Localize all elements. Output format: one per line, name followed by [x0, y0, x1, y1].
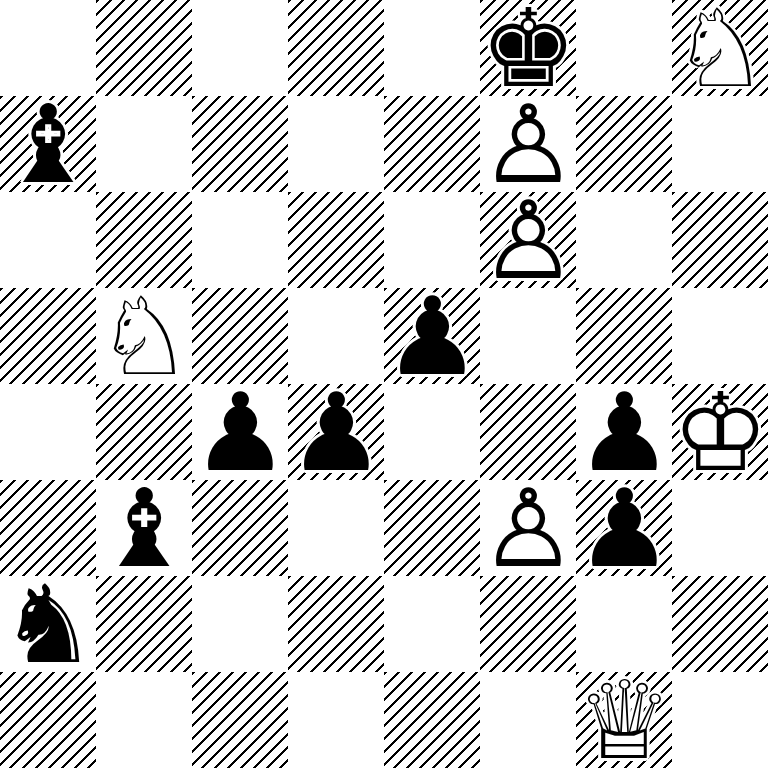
square-f5[interactable]: [480, 288, 576, 384]
piece-black-pawn-g4[interactable]: ♟♟: [576, 384, 672, 480]
square-c5[interactable]: [192, 288, 288, 384]
black-king-icon: ♚: [480, 1, 576, 96]
white-pawn-icon: ♙: [480, 193, 576, 288]
chess-board: ♚♚♞♘♝♝♟♙♟♙♞♘♟♟♟♟♟♟♟♟♚♔♝♝♟♙♟♟♞♞♛♕: [0, 0, 768, 768]
piece-black-bishop-a7[interactable]: ♝♝: [0, 96, 96, 192]
square-a8[interactable]: [0, 0, 96, 96]
square-g7[interactable]: [576, 96, 672, 192]
square-f1[interactable]: [480, 672, 576, 768]
square-d5[interactable]: [288, 288, 384, 384]
square-b2[interactable]: [96, 576, 192, 672]
square-a2[interactable]: ♞♞: [0, 576, 96, 672]
square-d4[interactable]: ♟♟: [288, 384, 384, 480]
square-h5[interactable]: [672, 288, 768, 384]
square-b7[interactable]: [96, 96, 192, 192]
square-c8[interactable]: [192, 0, 288, 96]
piece-black-king-f8[interactable]: ♚♚: [480, 0, 576, 96]
piece-white-knight-h8[interactable]: ♞♘: [672, 0, 768, 96]
square-h8[interactable]: ♞♘: [672, 0, 768, 96]
square-c3[interactable]: [192, 480, 288, 576]
square-d3[interactable]: [288, 480, 384, 576]
square-e2[interactable]: [384, 576, 480, 672]
white-king-icon: ♔: [672, 385, 768, 480]
square-d7[interactable]: [288, 96, 384, 192]
square-g2[interactable]: [576, 576, 672, 672]
square-h4[interactable]: ♚♔: [672, 384, 768, 480]
black-knight-icon: ♞: [0, 577, 96, 672]
square-b8[interactable]: [96, 0, 192, 96]
square-c6[interactable]: [192, 192, 288, 288]
square-a6[interactable]: [0, 192, 96, 288]
piece-white-knight-b5[interactable]: ♞♘: [96, 288, 192, 384]
square-h2[interactable]: [672, 576, 768, 672]
piece-black-bishop-b3[interactable]: ♝♝: [96, 480, 192, 576]
piece-white-king-h4[interactable]: ♚♔: [672, 384, 768, 480]
black-pawn-icon: ♟: [576, 481, 672, 576]
piece-black-pawn-d4[interactable]: ♟♟: [288, 384, 384, 480]
square-a1[interactable]: [0, 672, 96, 768]
square-b5[interactable]: ♞♘: [96, 288, 192, 384]
white-knight-icon: ♘: [672, 1, 768, 96]
square-h3[interactable]: [672, 480, 768, 576]
square-f6[interactable]: ♟♙: [480, 192, 576, 288]
piece-black-knight-a2[interactable]: ♞♞: [0, 576, 96, 672]
square-b4[interactable]: [96, 384, 192, 480]
piece-white-pawn-f6[interactable]: ♟♙: [480, 192, 576, 288]
square-g8[interactable]: [576, 0, 672, 96]
square-g4[interactable]: ♟♟: [576, 384, 672, 480]
square-d6[interactable]: [288, 192, 384, 288]
square-c2[interactable]: [192, 576, 288, 672]
square-h1[interactable]: [672, 672, 768, 768]
square-g3[interactable]: ♟♟: [576, 480, 672, 576]
white-pawn-icon: ♙: [480, 97, 576, 192]
white-knight-icon: ♘: [96, 289, 192, 384]
square-e5[interactable]: ♟♟: [384, 288, 480, 384]
square-d2[interactable]: [288, 576, 384, 672]
square-c1[interactable]: [192, 672, 288, 768]
black-bishop-icon: ♝: [0, 97, 96, 192]
black-pawn-icon: ♟: [192, 385, 288, 480]
square-g6[interactable]: [576, 192, 672, 288]
square-f8[interactable]: ♚♚: [480, 0, 576, 96]
square-f2[interactable]: [480, 576, 576, 672]
square-a4[interactable]: [0, 384, 96, 480]
square-e6[interactable]: [384, 192, 480, 288]
square-e4[interactable]: [384, 384, 480, 480]
square-f3[interactable]: ♟♙: [480, 480, 576, 576]
square-g5[interactable]: [576, 288, 672, 384]
square-e7[interactable]: [384, 96, 480, 192]
piece-black-pawn-g3[interactable]: ♟♟: [576, 480, 672, 576]
square-h6[interactable]: [672, 192, 768, 288]
square-e8[interactable]: [384, 0, 480, 96]
black-pawn-icon: ♟: [288, 385, 384, 480]
square-c7[interactable]: [192, 96, 288, 192]
piece-white-queen-g1[interactable]: ♛♕: [576, 672, 672, 768]
square-e3[interactable]: [384, 480, 480, 576]
black-pawn-icon: ♟: [576, 385, 672, 480]
square-a5[interactable]: [0, 288, 96, 384]
square-b1[interactable]: [96, 672, 192, 768]
piece-white-pawn-f3[interactable]: ♟♙: [480, 480, 576, 576]
piece-black-pawn-e5[interactable]: ♟♟: [384, 288, 480, 384]
white-queen-icon: ♕: [576, 673, 672, 768]
square-a3[interactable]: [0, 480, 96, 576]
square-d1[interactable]: [288, 672, 384, 768]
square-f7[interactable]: ♟♙: [480, 96, 576, 192]
white-pawn-icon: ♙: [480, 481, 576, 576]
piece-black-pawn-c4[interactable]: ♟♟: [192, 384, 288, 480]
piece-white-pawn-f7[interactable]: ♟♙: [480, 96, 576, 192]
square-e1[interactable]: [384, 672, 480, 768]
black-bishop-icon: ♝: [96, 481, 192, 576]
square-a7[interactable]: ♝♝: [0, 96, 96, 192]
black-pawn-icon: ♟: [384, 289, 480, 384]
square-g1[interactable]: ♛♕: [576, 672, 672, 768]
square-b6[interactable]: [96, 192, 192, 288]
square-b3[interactable]: ♝♝: [96, 480, 192, 576]
square-f4[interactable]: [480, 384, 576, 480]
square-c4[interactable]: ♟♟: [192, 384, 288, 480]
square-d8[interactable]: [288, 0, 384, 96]
square-h7[interactable]: [672, 96, 768, 192]
